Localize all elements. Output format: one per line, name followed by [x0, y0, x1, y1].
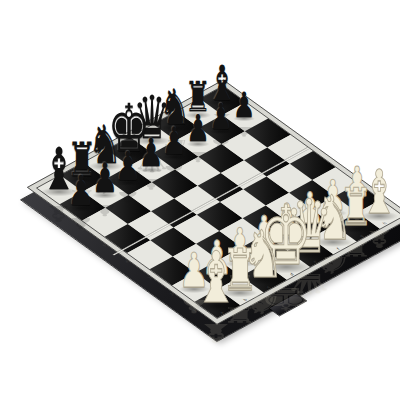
chess-set-photo: abcdefgh12345678 ♝♝♜♜♞♞♚♚♛♛♞♞♜♜♝♝♟♟♟♟♟♟♟… [0, 0, 400, 400]
latch-tab [268, 293, 307, 316]
chess-board [37, 86, 400, 318]
board-frame: abcdefgh12345678 [27, 80, 400, 325]
